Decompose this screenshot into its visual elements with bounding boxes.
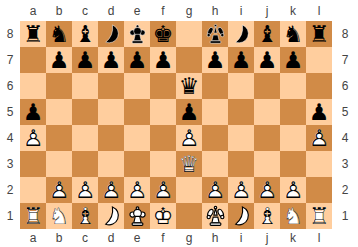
piece-white-pawn[interactable]: ♟♙ (254, 177, 280, 203)
square-f2[interactable]: ♟♙ (150, 177, 176, 203)
square-e7[interactable]: ♟ (124, 47, 150, 73)
file-label-k: k (280, 229, 306, 247)
square-l4[interactable]: ♟♙ (306, 125, 332, 151)
rank-label-8: 8 (332, 21, 358, 47)
rank-label-3: 3 (332, 151, 358, 177)
square-i4[interactable] (228, 125, 254, 151)
file-label-f: f (150, 0, 176, 21)
square-g7[interactable] (176, 47, 202, 73)
square-g5[interactable]: ♟ (176, 99, 202, 125)
piece-black-schleich[interactable] (202, 21, 228, 47)
rank-label-5: 5 (332, 99, 358, 125)
square-i2[interactable]: ♟♙ (228, 177, 254, 203)
file-label-d: d (98, 0, 124, 21)
square-d5[interactable] (98, 99, 124, 125)
square-b5[interactable] (46, 99, 72, 125)
rank-labels-right: 87654321 (332, 21, 358, 229)
square-g1[interactable] (176, 203, 202, 229)
piece-white-outline: ♙ (72, 177, 98, 203)
piece-white-pawn[interactable]: ♟♙ (98, 177, 124, 203)
piece-white-courier[interactable] (98, 203, 124, 229)
square-l1[interactable]: ♜♖ (306, 203, 332, 229)
square-k7[interactable]: ♟ (280, 47, 306, 73)
square-f1[interactable]: ♚♔ (150, 203, 176, 229)
square-i8[interactable] (228, 21, 254, 47)
piece-white-knight[interactable]: ♞♘ (46, 203, 72, 229)
square-b6[interactable] (46, 73, 72, 99)
rank-label-1: 1 (0, 203, 20, 229)
file-label-l: l (306, 229, 332, 247)
piece-white-outline: ♗ (254, 203, 280, 229)
file-label-h: h (202, 229, 228, 247)
piece-white-outline: ♔ (150, 203, 176, 229)
piece-black-courier[interactable] (98, 21, 124, 47)
file-label-i: i (228, 0, 254, 21)
square-g4[interactable]: ♟♙ (176, 125, 202, 151)
piece-white-outline: ♙ (280, 177, 306, 203)
square-l2[interactable] (306, 177, 332, 203)
square-b4[interactable] (46, 125, 72, 151)
piece-white-pawn[interactable]: ♟♙ (72, 177, 98, 203)
square-g3[interactable]: ♛♕ (176, 151, 202, 177)
square-h2[interactable]: ♟♙ (202, 177, 228, 203)
piece-black-pawn[interactable]: ♟ (228, 47, 254, 73)
piece-black-pawn[interactable]: ♟ (280, 47, 306, 73)
piece-black-rook[interactable]: ♜ (20, 21, 46, 47)
piece-black-bishop[interactable]: ♝ (72, 21, 98, 47)
piece-white-pawn[interactable]: ♟♙ (150, 177, 176, 203)
rank-label-4: 4 (0, 125, 20, 151)
piece-white-outline: ♙ (176, 125, 202, 151)
square-l5[interactable]: ♟ (306, 99, 332, 125)
rank-label-6: 6 (0, 73, 20, 99)
file-label-j: j (254, 0, 280, 21)
piece-white-man[interactable] (124, 203, 150, 229)
file-labels-bottom: abcdefghijkl (20, 229, 332, 247)
piece-white-outline: ♙ (254, 177, 280, 203)
rank-label-2: 2 (0, 177, 20, 203)
square-i6[interactable] (228, 73, 254, 99)
piece-white-outline: ♙ (202, 177, 228, 203)
square-k8[interactable]: ♞ (280, 21, 306, 47)
file-label-h: h (202, 0, 228, 21)
file-label-c: c (72, 0, 98, 21)
square-k4[interactable] (280, 125, 306, 151)
piece-white-king[interactable]: ♚♔ (150, 203, 176, 229)
square-e8[interactable] (124, 21, 150, 47)
square-j8[interactable]: ♝ (254, 21, 280, 47)
piece-black-pawn[interactable]: ♟ (176, 99, 202, 125)
piece-black-pawn[interactable]: ♟ (306, 99, 332, 125)
square-f8[interactable]: ♚ (150, 21, 176, 47)
piece-white-bishop[interactable]: ♝♗ (72, 203, 98, 229)
piece-white-outline: ♘ (46, 203, 72, 229)
rank-label-1: 1 (332, 203, 358, 229)
file-label-f: f (150, 229, 176, 247)
square-l8[interactable]: ♜ (306, 21, 332, 47)
piece-white-pawn[interactable]: ♟♙ (124, 177, 150, 203)
rank-label-5: 5 (0, 99, 20, 125)
square-l6[interactable] (306, 73, 332, 99)
square-a2[interactable] (20, 177, 46, 203)
piece-white-pawn[interactable]: ♟♙ (176, 125, 202, 151)
courier-chess-diagram: abcdefghijkl 87654321 ♜♞♝♚♝♞♜♟♟♟♟♟♟♟♟♟♛♟… (0, 0, 358, 247)
square-k5[interactable] (280, 99, 306, 125)
rank-label-3: 3 (0, 151, 20, 177)
piece-white-outline: ♙ (124, 177, 150, 203)
square-e1[interactable] (124, 203, 150, 229)
square-c5[interactable] (72, 99, 98, 125)
file-label-j: j (254, 229, 280, 247)
square-a1[interactable]: ♜♖ (20, 203, 46, 229)
square-d3[interactable] (98, 151, 124, 177)
square-h1[interactable] (202, 203, 228, 229)
file-labels-top: abcdefghijkl (20, 0, 332, 21)
square-g2[interactable] (176, 177, 202, 203)
square-b7[interactable]: ♟ (46, 47, 72, 73)
rank-label-4: 4 (332, 125, 358, 151)
square-h6[interactable] (202, 73, 228, 99)
piece-white-pawn[interactable]: ♟♙ (46, 177, 72, 203)
rank-label-7: 7 (332, 47, 358, 73)
piece-white-courier[interactable] (228, 203, 254, 229)
piece-white-outline: ♙ (46, 177, 72, 203)
square-j4[interactable] (254, 125, 280, 151)
piece-white-bishop[interactable]: ♝♗ (254, 203, 280, 229)
piece-white-outline: ♙ (20, 125, 46, 151)
piece-white-outline: ♘ (280, 203, 306, 229)
square-i1[interactable] (228, 203, 254, 229)
piece-black-pawn[interactable]: ♟ (20, 99, 46, 125)
square-f4[interactable] (150, 125, 176, 151)
piece-black-pawn[interactable]: ♟ (46, 47, 72, 73)
square-a6[interactable] (20, 73, 46, 99)
square-i7[interactable]: ♟ (228, 47, 254, 73)
square-h4[interactable] (202, 125, 228, 151)
square-d4[interactable] (98, 125, 124, 151)
square-d7[interactable]: ♟ (98, 47, 124, 73)
piece-black-knight[interactable]: ♞ (46, 21, 72, 47)
piece-white-outline: ♕ (176, 151, 202, 177)
piece-white-pawn[interactable]: ♟♙ (306, 125, 332, 151)
file-label-b: b (46, 229, 72, 247)
square-c4[interactable] (72, 125, 98, 151)
file-label-c: c (72, 229, 98, 247)
rank-labels-left: 87654321 (0, 21, 20, 229)
piece-black-pawn[interactable]: ♟ (124, 47, 150, 73)
square-f3[interactable] (150, 151, 176, 177)
square-d6[interactable] (98, 73, 124, 99)
piece-black-man[interactable] (124, 21, 150, 47)
square-f6[interactable] (150, 73, 176, 99)
piece-white-knight[interactable]: ♞♘ (280, 203, 306, 229)
piece-white-outline: ♙ (98, 177, 124, 203)
square-a4[interactable]: ♟♙ (20, 125, 46, 151)
board: ♜♞♝♚♝♞♜♟♟♟♟♟♟♟♟♟♛♟♟♟♟♙♟♙♟♙♛♕♟♙♟♙♟♙♟♙♟♙♟♙… (20, 21, 332, 229)
square-l3[interactable] (306, 151, 332, 177)
piece-black-pawn[interactable]: ♟ (98, 47, 124, 73)
piece-white-pawn[interactable]: ♟♙ (280, 177, 306, 203)
square-b8[interactable]: ♞ (46, 21, 72, 47)
file-label-l: l (306, 0, 332, 21)
piece-black-pawn[interactable]: ♟ (202, 47, 228, 73)
square-h3[interactable] (202, 151, 228, 177)
piece-white-outline: ♖ (306, 203, 332, 229)
square-g8[interactable] (176, 21, 202, 47)
piece-white-queen[interactable]: ♛♕ (176, 151, 202, 177)
square-k6[interactable] (280, 73, 306, 99)
square-j6[interactable] (254, 73, 280, 99)
square-k3[interactable] (280, 151, 306, 177)
piece-black-pawn[interactable]: ♟ (72, 47, 98, 73)
piece-white-outline: ♗ (72, 203, 98, 229)
file-label-g: g (176, 0, 202, 21)
file-label-b: b (46, 0, 72, 21)
file-label-i: i (228, 229, 254, 247)
square-d2[interactable]: ♟♙ (98, 177, 124, 203)
piece-white-outline: ♙ (150, 177, 176, 203)
square-l7[interactable] (306, 47, 332, 73)
square-e2[interactable]: ♟♙ (124, 177, 150, 203)
square-j3[interactable] (254, 151, 280, 177)
piece-white-outline: ♙ (228, 177, 254, 203)
square-b2[interactable]: ♟♙ (46, 177, 72, 203)
square-a3[interactable] (20, 151, 46, 177)
piece-black-queen[interactable]: ♛ (176, 73, 202, 99)
rank-label-2: 2 (332, 177, 358, 203)
piece-black-rook[interactable]: ♜ (306, 21, 332, 47)
square-c7[interactable]: ♟ (72, 47, 98, 73)
square-b3[interactable] (46, 151, 72, 177)
piece-black-king[interactable]: ♚ (150, 21, 176, 47)
square-e6[interactable] (124, 73, 150, 99)
square-a5[interactable]: ♟ (20, 99, 46, 125)
square-d1[interactable] (98, 203, 124, 229)
square-j1[interactable]: ♝♗ (254, 203, 280, 229)
piece-black-knight[interactable]: ♞ (280, 21, 306, 47)
piece-white-rook[interactable]: ♜♖ (306, 203, 332, 229)
square-f5[interactable] (150, 99, 176, 125)
square-k1[interactable]: ♞♘ (280, 203, 306, 229)
piece-white-rook[interactable]: ♜♖ (20, 203, 46, 229)
piece-white-outline: ♖ (20, 203, 46, 229)
file-label-e: e (124, 0, 150, 21)
file-label-d: d (98, 229, 124, 247)
square-h7[interactable]: ♟ (202, 47, 228, 73)
piece-black-courier[interactable] (228, 21, 254, 47)
square-c1[interactable]: ♝♗ (72, 203, 98, 229)
file-label-k: k (280, 0, 306, 21)
square-e5[interactable] (124, 99, 150, 125)
square-h5[interactable] (202, 99, 228, 125)
square-i3[interactable] (228, 151, 254, 177)
square-e3[interactable] (124, 151, 150, 177)
piece-black-pawn[interactable]: ♟ (150, 47, 176, 73)
square-k2[interactable]: ♟♙ (280, 177, 306, 203)
file-label-e: e (124, 229, 150, 247)
piece-black-bishop[interactable]: ♝ (254, 21, 280, 47)
piece-white-pawn[interactable]: ♟♙ (20, 125, 46, 151)
piece-white-pawn[interactable]: ♟♙ (228, 177, 254, 203)
file-label-a: a (20, 229, 46, 247)
square-h8[interactable] (202, 21, 228, 47)
square-j5[interactable] (254, 99, 280, 125)
square-c6[interactable] (72, 73, 98, 99)
square-a7[interactable] (20, 47, 46, 73)
piece-white-pawn[interactable]: ♟♙ (202, 177, 228, 203)
square-b1[interactable]: ♞♘ (46, 203, 72, 229)
piece-black-pawn[interactable]: ♟ (254, 47, 280, 73)
square-c2[interactable]: ♟♙ (72, 177, 98, 203)
square-j7[interactable]: ♟ (254, 47, 280, 73)
square-g6[interactable]: ♛ (176, 73, 202, 99)
file-label-g: g (176, 229, 202, 247)
piece-white-schleich[interactable] (202, 203, 228, 229)
square-d8[interactable] (98, 21, 124, 47)
square-j2[interactable]: ♟♙ (254, 177, 280, 203)
square-e4[interactable] (124, 125, 150, 151)
square-c8[interactable]: ♝ (72, 21, 98, 47)
rank-label-7: 7 (0, 47, 20, 73)
file-label-a: a (20, 0, 46, 21)
square-a8[interactable]: ♜ (20, 21, 46, 47)
rank-label-6: 6 (332, 73, 358, 99)
square-c3[interactable] (72, 151, 98, 177)
square-i5[interactable] (228, 99, 254, 125)
rank-label-8: 8 (0, 21, 20, 47)
square-f7[interactable]: ♟ (150, 47, 176, 73)
piece-white-outline: ♙ (306, 125, 332, 151)
